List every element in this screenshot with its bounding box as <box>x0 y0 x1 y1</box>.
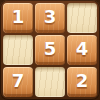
tile-2[interactable]: 2 <box>67 67 97 97</box>
tile-7[interactable]: 7 <box>3 67 33 97</box>
tile-number: 1 <box>12 8 25 28</box>
empty-cell-r0c2 <box>67 3 97 33</box>
empty-cell-r2c1 <box>35 67 65 97</box>
tile-4[interactable]: 4 <box>67 35 97 65</box>
tile-1[interactable]: 1 <box>3 3 33 33</box>
puzzle-grid: 135472 <box>3 3 97 97</box>
tile-number: 3 <box>44 8 57 28</box>
tile-number: 7 <box>12 72 25 92</box>
tile-number: 5 <box>44 40 57 60</box>
tile-5[interactable]: 5 <box>35 35 65 65</box>
puzzle-board: 135472 <box>0 0 100 100</box>
empty-cell-r1c0 <box>3 35 33 65</box>
tile-number: 2 <box>76 72 89 92</box>
tile-3[interactable]: 3 <box>35 3 65 33</box>
tile-number: 4 <box>76 40 89 60</box>
